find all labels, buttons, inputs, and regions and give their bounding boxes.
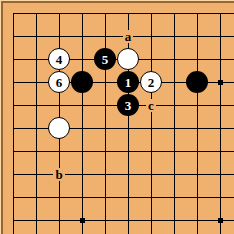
stone-white (117, 48, 139, 70)
go-board: 123456abc (2, 2, 232, 232)
stone-white-move-4: 4 (48, 48, 70, 70)
board-point: 3 (117, 94, 140, 117)
stone-black-move-3: 3 (117, 94, 139, 116)
board-point: b (48, 163, 71, 186)
board-point: a (117, 25, 140, 48)
label-b: b (53, 168, 64, 181)
label-a: a (123, 30, 134, 43)
stone-white-move-2: 2 (140, 71, 162, 93)
board-point (71, 71, 94, 94)
board-point (186, 71, 209, 94)
stone-white-move-6: 6 (48, 71, 70, 93)
stone-black-move-1: 1 (117, 71, 139, 93)
board-point (48, 117, 71, 140)
board-point: c (140, 94, 163, 117)
board-point: 1 (117, 71, 140, 94)
stone-black (186, 71, 208, 93)
board-point: 4 (48, 48, 71, 71)
board-point: 6 (48, 71, 71, 94)
board-point: 5 (94, 48, 117, 71)
stone-white (48, 117, 70, 139)
stone-black (71, 71, 93, 93)
board-point (117, 48, 140, 71)
label-c: c (146, 99, 156, 112)
board-point: 2 (140, 71, 163, 94)
go-board-diagram: 123456abc (0, 0, 234, 234)
stone-black-move-5: 5 (94, 48, 116, 70)
